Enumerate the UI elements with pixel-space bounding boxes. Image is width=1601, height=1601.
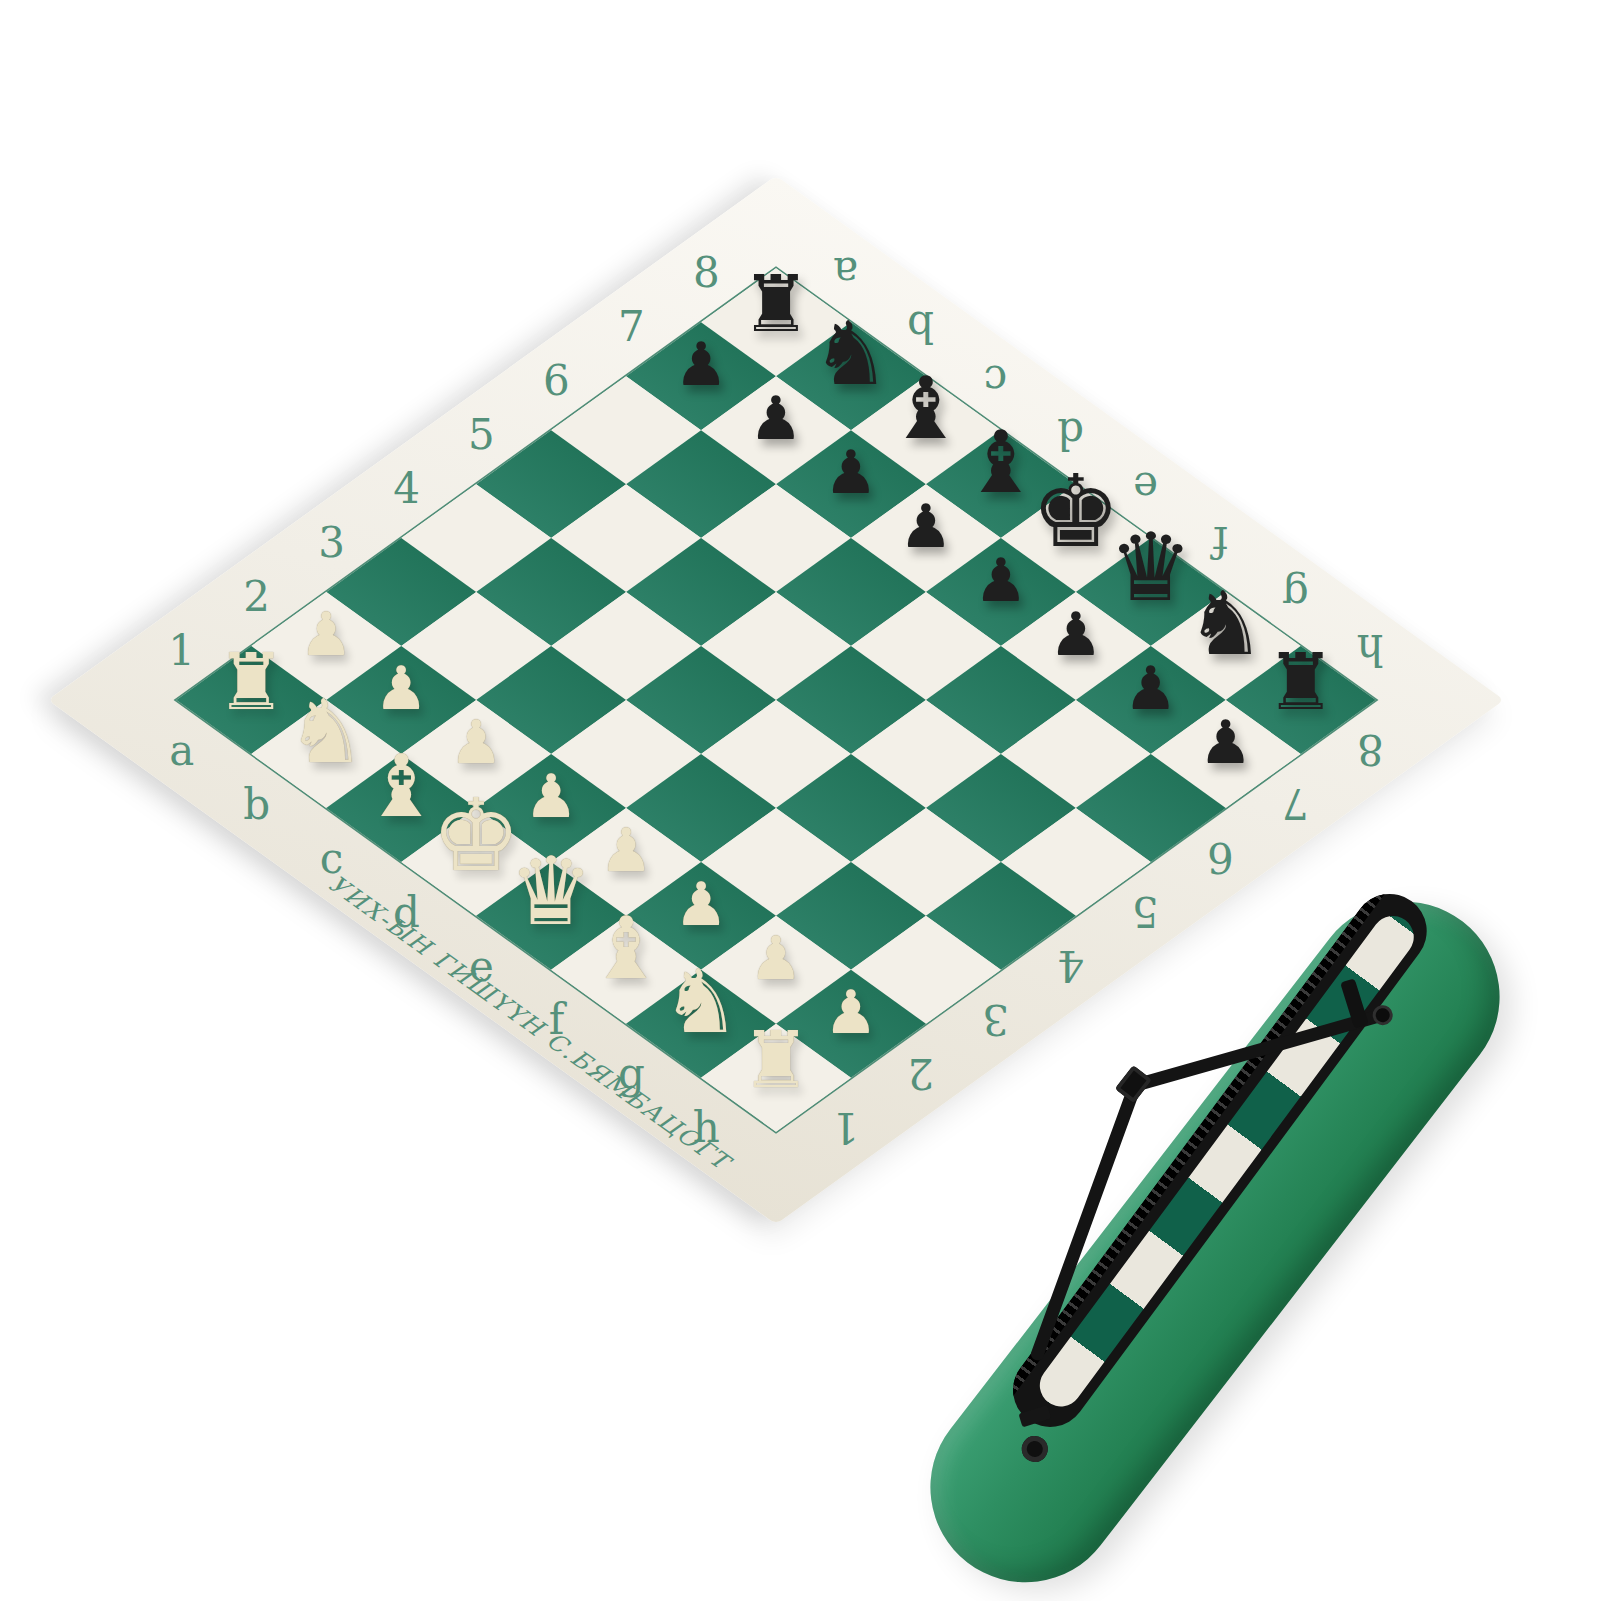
board-grid: ♜♞♝♝♚♛♞♜♟♟♟♟♟♟♟♟♟♟♟♟♟♟♟♟♜♞♝♚♛♝♞♜: [176, 268, 1375, 1131]
white-rook-h1[interactable]: ♜: [723, 1007, 829, 1113]
strap-buckle: [1115, 1065, 1152, 1103]
black-pawn-h7[interactable]: ♟: [1173, 689, 1279, 795]
